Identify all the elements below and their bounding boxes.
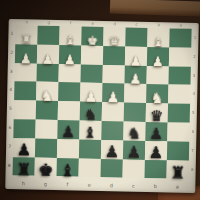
piece-black-bishop: ♝	[56, 162, 78, 179]
square-d4: ♟	[102, 83, 124, 102]
square-c2: ♟	[125, 46, 147, 65]
piece-white-pawn: ♟	[125, 54, 147, 68]
table-edge-wood	[110, 0, 200, 17]
square-h6	[13, 119, 35, 138]
square-e6: ♝	[79, 121, 101, 140]
square-h2: ♟	[15, 44, 37, 63]
square-a5	[168, 104, 190, 123]
square-d3	[102, 65, 124, 84]
square-c4	[124, 84, 146, 103]
square-a6	[167, 122, 189, 141]
square-c1	[125, 27, 147, 46]
piece-white-pawn: ♟	[124, 72, 146, 86]
square-a1	[169, 28, 191, 47]
rank-label: 8	[188, 160, 195, 179]
file-label: d	[100, 181, 122, 190]
piece-black-pawn: ♟	[101, 144, 123, 161]
piece-white-pawn: ♟	[102, 90, 124, 105]
square-e2	[81, 45, 103, 64]
square-c7: ♟	[123, 140, 145, 159]
square-f4	[58, 82, 80, 101]
piece-white-king: ♚	[81, 35, 103, 48]
piece-black-queen: ♛	[146, 109, 168, 124]
square-h5	[14, 100, 36, 119]
square-a3	[168, 66, 190, 85]
square-h8: ♜	[13, 157, 35, 176]
piece-black-pawn: ♟	[13, 143, 35, 160]
piece-white-pawn: ♟	[15, 52, 37, 66]
piece-white-rook: ♜	[15, 33, 37, 46]
piece-white-knight: ♞	[36, 89, 58, 104]
square-b7: ♟	[145, 141, 167, 160]
rank-label: 5	[190, 104, 197, 123]
square-d1: ♛	[103, 27, 125, 46]
rank-label: 3	[190, 66, 197, 85]
square-b4: ♞	[146, 84, 168, 103]
piece-black-king: ♚	[34, 161, 56, 178]
piece-white-pawn: ♟	[59, 53, 81, 67]
square-d6	[101, 121, 123, 140]
square-a7	[167, 141, 189, 160]
rank-label: 6	[189, 123, 196, 142]
rank-label: 2	[191, 48, 198, 67]
file-label: c	[122, 181, 144, 190]
square-f1: ♝	[59, 26, 81, 45]
square-h1: ♜	[15, 25, 37, 44]
square-c6: ♞	[123, 121, 145, 140]
piece-black-knight: ♞	[80, 108, 102, 123]
square-h4	[14, 82, 36, 101]
piece-black-rook: ♜	[166, 164, 188, 181]
square-c8	[123, 159, 145, 178]
square-d8	[101, 159, 123, 178]
rank-label: 7	[189, 142, 196, 161]
chess-board: 12345678 12345678 hgfedcba hgfedcba ♜♝♚♛…	[5, 19, 199, 193]
chess-board-photo: 12345678 12345678 hgfedcba hgfedcba ♜♝♚♛…	[0, 0, 200, 200]
square-e1: ♚	[81, 27, 103, 46]
rank-label: 1	[191, 29, 198, 48]
square-b2: ♟	[147, 47, 169, 66]
square-g6	[35, 120, 57, 139]
piece-black-pawn: ♟	[57, 125, 79, 141]
square-e8	[79, 158, 101, 177]
square-g7	[35, 138, 57, 157]
square-a4	[168, 85, 190, 104]
piece-white-pawn: ♟	[80, 89, 102, 104]
square-f7	[57, 139, 79, 158]
square-e7	[79, 139, 101, 158]
square-c5	[124, 103, 146, 122]
square-e3	[80, 64, 102, 83]
square-h7: ♟	[13, 138, 35, 157]
file-label: e	[78, 181, 100, 190]
piece-black-bishop: ♝	[79, 126, 101, 142]
square-g1	[37, 26, 59, 45]
square-g4: ♞	[36, 82, 58, 101]
piece-black-pawn: ♟	[145, 145, 167, 162]
piece-black-knight: ♞	[123, 127, 145, 143]
rank-label: 4	[190, 85, 197, 104]
square-a8: ♜	[166, 160, 188, 179]
square-f8: ♝	[57, 158, 79, 177]
piece-white-bishop: ♝	[59, 34, 81, 47]
piece-white-bishop: ♝	[147, 36, 169, 49]
square-d7: ♟	[101, 140, 123, 159]
piece-white-knight: ♞	[146, 91, 168, 106]
square-a2	[169, 47, 191, 66]
square-e4: ♟	[80, 83, 102, 102]
square-f6: ♟	[57, 120, 79, 139]
square-g2: ♟	[37, 44, 59, 63]
square-b8	[144, 159, 166, 178]
piece-white-queen: ♛	[103, 35, 125, 48]
square-f2: ♟	[59, 45, 81, 64]
piece-white-pawn: ♟	[147, 54, 169, 68]
piece-black-pawn: ♟	[145, 127, 167, 143]
file-label: h	[12, 179, 34, 188]
square-f5	[58, 101, 80, 120]
piece-white-pawn: ♟	[37, 52, 59, 66]
file-label: b	[144, 182, 166, 191]
file-label: f	[56, 180, 78, 189]
square-d2	[103, 46, 125, 65]
piece-black-rook: ♜	[12, 161, 34, 178]
file-label: a	[166, 182, 188, 191]
square-b1: ♝	[147, 28, 169, 47]
board-grid: ♜♝♚♛♝♟♟♟♟♟♟♞♟♟♞♞♛♟♝♞♟♟♟♟♟♜♚♝♜	[13, 25, 192, 179]
piece-black-pawn: ♟	[123, 145, 145, 162]
square-g8: ♚	[35, 157, 57, 176]
file-label: g	[34, 180, 56, 189]
